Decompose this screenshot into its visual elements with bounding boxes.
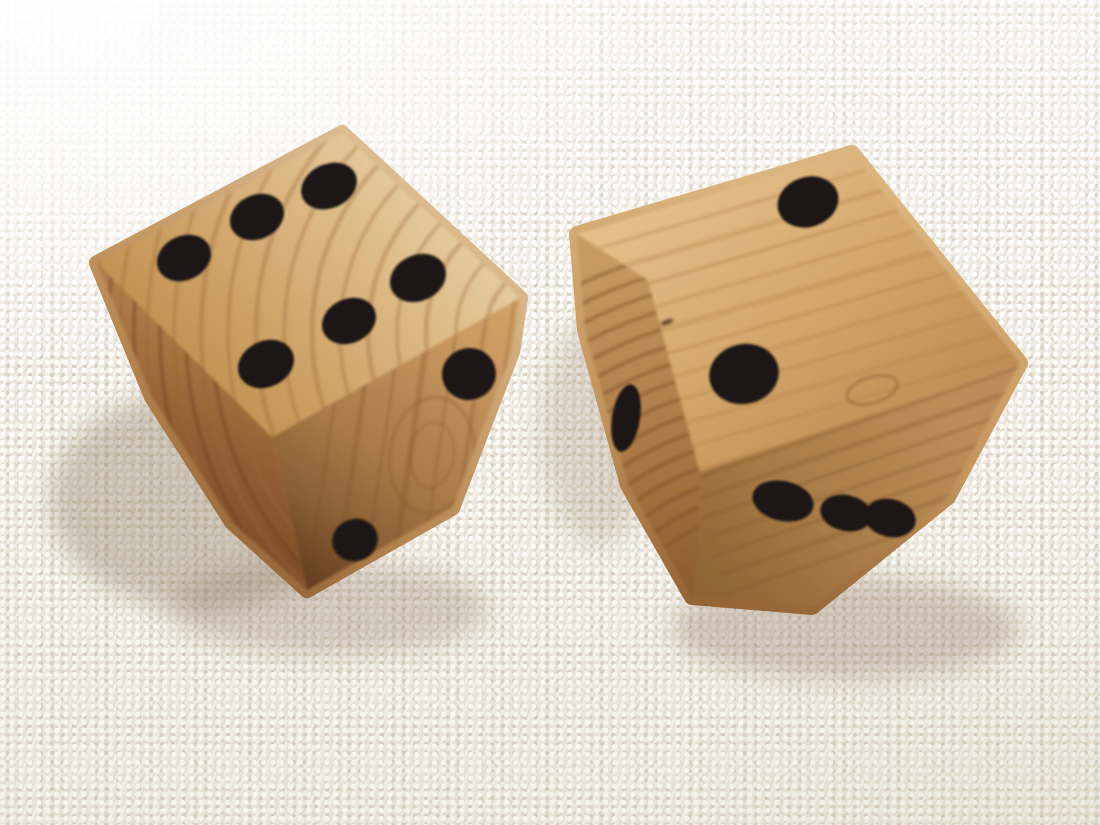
dice-photo-graphic [0,0,1100,825]
photo-scene [0,0,1100,825]
